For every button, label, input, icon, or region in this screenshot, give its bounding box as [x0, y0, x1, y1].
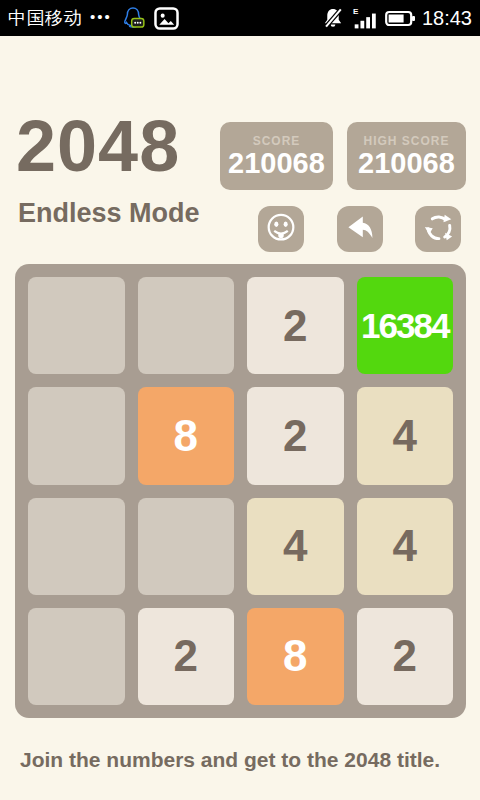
tile-8-r4c3: 8 — [247, 608, 344, 705]
svg-text:E: E — [353, 7, 359, 16]
empty-cell-r2c1 — [28, 387, 125, 484]
tile-4-r3c3: 4 — [247, 498, 344, 595]
status-bar: 中国移动 ••• — [0, 0, 480, 36]
game-title: 2048 — [16, 110, 180, 182]
tagline: Join the numbers and get to the 2048 tit… — [20, 748, 440, 772]
app-screen: 中国移动 ••• — [0, 0, 480, 800]
empty-cell-r4c1 — [28, 608, 125, 705]
tile-4-r2c4: 4 — [357, 387, 454, 484]
board[interactable]: 21638482444282 — [15, 264, 466, 718]
mute-bell-icon — [320, 5, 346, 31]
tile-2-r4c4: 2 — [357, 608, 454, 705]
score-box: SCORE 210068 — [220, 122, 333, 190]
restart-button[interactable] — [415, 206, 461, 252]
undo-button[interactable] — [337, 206, 383, 252]
tile-2-r2c3: 2 — [247, 387, 344, 484]
emoji-mood-button[interactable] — [258, 206, 304, 252]
notification-dots: ••• — [90, 8, 112, 25]
empty-cell-r1c1 — [28, 277, 125, 374]
tile-16384-r1c4: 16384 — [357, 277, 454, 374]
qq-messenger-icon — [120, 5, 146, 31]
battery-icon — [385, 10, 416, 27]
game-mode-label: Endless Mode — [18, 198, 200, 229]
high-score-value: 210068 — [358, 148, 455, 180]
empty-cell-r3c1 — [28, 498, 125, 595]
empty-cell-r3c2 — [138, 498, 235, 595]
clock-time: 18:43 — [422, 7, 472, 30]
tile-8-r2c2: 8 — [138, 387, 235, 484]
empty-cell-r1c2 — [138, 277, 235, 374]
undo-arrow-icon — [344, 212, 376, 247]
score-value: 210068 — [228, 148, 325, 180]
carrier-label: 中国移动 — [8, 6, 82, 30]
tile-2-r1c3: 2 — [247, 277, 344, 374]
restart-refresh-icon — [422, 211, 455, 247]
score-label: SCORE — [253, 134, 301, 148]
high-score-box: HIGH SCORE 210068 — [347, 122, 466, 190]
high-score-label: HIGH SCORE — [363, 134, 449, 148]
signal-strength-icon: E — [352, 6, 379, 31]
gallery-notification-icon — [154, 7, 179, 30]
tongue-face-icon — [264, 211, 298, 248]
tile-2-r4c2: 2 — [138, 608, 235, 705]
tile-4-r3c4: 4 — [357, 498, 454, 595]
